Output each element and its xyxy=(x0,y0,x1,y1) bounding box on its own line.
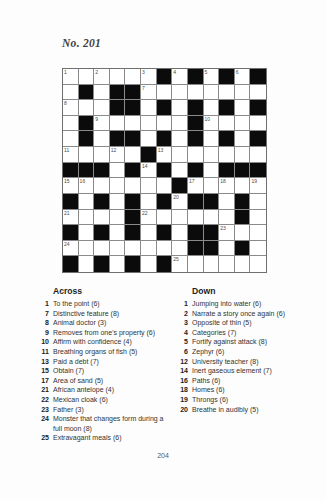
block-cell xyxy=(250,131,266,147)
cell-clue-number: 3 xyxy=(142,69,145,75)
grid-cell[interactable] xyxy=(250,116,266,132)
cell-clue-number: 15 xyxy=(64,178,70,184)
clue-item: 13Paid a debt (7) xyxy=(38,357,167,367)
grid-cell[interactable] xyxy=(204,178,220,194)
clue-item: 1To the point (6) xyxy=(38,299,167,309)
grid-cell[interactable] xyxy=(204,147,220,163)
grid-cell[interactable] xyxy=(110,163,126,179)
grid-cell[interactable] xyxy=(204,131,220,147)
clue-text: Opposite of thin (5) xyxy=(192,318,315,328)
clue-text: Monster that changes form during a full … xyxy=(53,414,167,433)
grid-cell[interactable]: 15 xyxy=(63,178,79,194)
clue-item: 11Breathing organs of fish (5) xyxy=(38,347,167,357)
grid-cell[interactable] xyxy=(125,69,141,85)
grid-cell[interactable]: 2 xyxy=(94,69,110,85)
block-cell xyxy=(188,100,204,116)
clue-item: 10Affirm with confidence (4) xyxy=(38,337,167,347)
block-cell xyxy=(188,241,204,257)
grid-cell[interactable] xyxy=(125,178,141,194)
clue-item: 24Monster that changes form during a ful… xyxy=(38,414,167,433)
block-cell xyxy=(188,69,204,85)
clue-number: 25 xyxy=(38,433,49,443)
cell-clue-number: 1 xyxy=(64,69,67,75)
clue-text: Narrate a story once again (6) xyxy=(192,309,315,319)
grid-cell[interactable] xyxy=(172,210,188,226)
block-cell xyxy=(172,178,188,194)
grid-cell[interactable] xyxy=(250,147,266,163)
block-cell xyxy=(204,241,220,257)
grid-cell[interactable] xyxy=(110,194,126,210)
grid-cell[interactable] xyxy=(79,241,95,257)
clue-text: Breathe in audibly (5) xyxy=(192,405,315,415)
grid-cell[interactable] xyxy=(235,85,251,101)
grid-cell[interactable] xyxy=(219,241,235,257)
grid-cell[interactable] xyxy=(157,210,173,226)
clue-number: 3 xyxy=(177,318,188,328)
clue-item: 21African antelope (4) xyxy=(38,385,167,395)
cell-clue-number: 21 xyxy=(64,210,70,216)
grid-cell[interactable] xyxy=(79,256,95,272)
block-cell xyxy=(157,256,173,272)
grid-cell[interactable]: 3 xyxy=(141,69,157,85)
grid-cell[interactable] xyxy=(94,85,110,101)
block-cell xyxy=(63,256,79,272)
grid-cell[interactable]: 10 xyxy=(204,116,220,132)
block-cell xyxy=(141,147,157,163)
grid-cell[interactable] xyxy=(188,85,204,101)
grid-cell[interactable]: 18 xyxy=(219,178,235,194)
block-cell xyxy=(157,131,173,147)
clue-text: Categories (7) xyxy=(192,328,315,338)
grid-cell[interactable] xyxy=(235,256,251,272)
clue-number: 2 xyxy=(177,309,188,319)
block-cell xyxy=(157,69,173,85)
block-cell xyxy=(219,131,235,147)
cell-clue-number: 11 xyxy=(64,147,69,153)
grid-cell[interactable] xyxy=(110,256,126,272)
grid-cell[interactable]: 4 xyxy=(172,69,188,85)
cell-clue-number: 12 xyxy=(111,147,117,153)
grid-cell[interactable] xyxy=(250,210,266,226)
across-clue-list: 1To the point (6)7Distinctive feature (8… xyxy=(38,299,167,443)
grid-cell[interactable] xyxy=(79,69,95,85)
clue-item: 19Throngs (6) xyxy=(177,395,315,405)
clue-number: 13 xyxy=(38,357,49,367)
block-cell xyxy=(125,131,141,147)
grid-cell[interactable] xyxy=(141,100,157,116)
grid-cell[interactable] xyxy=(110,69,126,85)
grid-cell[interactable] xyxy=(219,116,235,132)
grid-cell[interactable] xyxy=(204,210,220,226)
cell-clue-number: 13 xyxy=(158,147,164,153)
grid-cell[interactable] xyxy=(172,85,188,101)
grid-cell[interactable]: 11 xyxy=(63,147,79,163)
block-cell xyxy=(79,163,95,179)
clue-number: 1 xyxy=(38,299,49,309)
grid-cell[interactable] xyxy=(141,116,157,132)
cell-clue-number: 16 xyxy=(80,178,86,184)
grid-cell[interactable] xyxy=(235,116,251,132)
clue-number: 18 xyxy=(177,385,188,395)
block-cell xyxy=(110,85,126,101)
grid-cell[interactable]: 23 xyxy=(219,225,235,241)
block-cell xyxy=(250,100,266,116)
block-cell xyxy=(204,194,220,210)
clue-number: 21 xyxy=(38,385,49,395)
cell-clue-number: 22 xyxy=(142,210,148,216)
block-cell xyxy=(125,85,141,101)
clue-item: 5Fortify against attack (8) xyxy=(177,337,315,347)
grid-cell[interactable] xyxy=(172,163,188,179)
clue-number: 17 xyxy=(38,376,49,386)
grid-cell[interactable] xyxy=(141,241,157,257)
clue-number: 22 xyxy=(38,395,49,405)
grid-cell[interactable] xyxy=(79,194,95,210)
grid-cell[interactable] xyxy=(110,225,126,241)
grid-cell[interactable] xyxy=(94,178,110,194)
grid-cell[interactable] xyxy=(235,225,251,241)
clue-text: Homes (6) xyxy=(192,385,315,395)
block-cell xyxy=(94,225,110,241)
grid-cell[interactable]: 20 xyxy=(172,194,188,210)
block-cell xyxy=(125,256,141,272)
clue-item: 3Opposite of thin (5) xyxy=(177,318,315,328)
grid-cell[interactable] xyxy=(63,116,79,132)
grid-cell[interactable]: 25 xyxy=(172,256,188,272)
grid-cell[interactable] xyxy=(157,85,173,101)
cell-clue-number: 7 xyxy=(142,85,145,91)
clue-text: Throngs (6) xyxy=(192,395,315,405)
block-cell xyxy=(63,163,79,179)
clue-number: 7 xyxy=(38,309,49,319)
block-cell xyxy=(125,225,141,241)
grid-cell[interactable]: 13 xyxy=(157,147,173,163)
grid-cell[interactable] xyxy=(157,241,173,257)
block-cell xyxy=(63,194,79,210)
clue-text: Inert gaseous element (7) xyxy=(192,366,315,376)
clue-item: 25Extravagant meals (6) xyxy=(38,433,167,443)
block-cell xyxy=(94,194,110,210)
clue-number: 6 xyxy=(177,347,188,357)
grid-cell[interactable]: 8 xyxy=(63,100,79,116)
grid-cell[interactable]: 7 xyxy=(141,85,157,101)
cell-clue-number: 25 xyxy=(173,256,179,262)
grid-cell[interactable] xyxy=(188,147,204,163)
clue-text: Extravagant meals (6) xyxy=(53,433,167,443)
cell-clue-number: 4 xyxy=(173,69,176,75)
block-cell xyxy=(79,116,95,132)
clue-item: 2Narrate a story once again (6) xyxy=(177,309,315,319)
clue-item: 7Distinctive feature (8) xyxy=(38,309,167,319)
clue-number: 11 xyxy=(38,347,49,357)
block-cell xyxy=(188,163,204,179)
block-cell xyxy=(157,194,173,210)
clue-item: 20Breathe in audibly (5) xyxy=(177,405,315,415)
block-cell xyxy=(188,225,204,241)
clue-text: Distinctive feature (8) xyxy=(53,309,167,319)
grid-cell[interactable] xyxy=(79,225,95,241)
crossword-grid: 1234567891011121314151617181920212223242… xyxy=(62,68,267,273)
cell-clue-number: 18 xyxy=(220,178,226,184)
grid-cell[interactable] xyxy=(94,241,110,257)
page-number: 204 xyxy=(0,452,326,459)
clue-item: 18Homes (6) xyxy=(177,385,315,395)
grid-cell[interactable] xyxy=(172,131,188,147)
grid-cell[interactable] xyxy=(204,256,220,272)
grid-cell[interactable] xyxy=(141,194,157,210)
clue-text: Mexican cloak (6) xyxy=(53,395,167,405)
cell-clue-number: 14 xyxy=(142,163,148,169)
grid-cell[interactable] xyxy=(250,85,266,101)
grid-cell[interactable]: 17 xyxy=(188,178,204,194)
down-clue-list: 1Jumping into water (6)2Narrate a story … xyxy=(177,299,315,414)
grid-cell[interactable] xyxy=(235,131,251,147)
grid-cell[interactable]: 24 xyxy=(63,241,79,257)
cell-clue-number: 17 xyxy=(189,178,195,184)
block-cell xyxy=(157,163,173,179)
clue-item: 9Removes from one's property (6) xyxy=(38,328,167,338)
clue-text: Obtain (7) xyxy=(53,366,167,376)
grid-cell[interactable] xyxy=(219,147,235,163)
grid-cell[interactable] xyxy=(141,256,157,272)
down-clues-section: Down 1Jumping into water (6)2Narrate a s… xyxy=(177,286,315,414)
block-cell xyxy=(188,131,204,147)
block-cell xyxy=(125,194,141,210)
block-cell xyxy=(235,163,251,179)
clue-number: 23 xyxy=(38,405,49,415)
grid-cell[interactable] xyxy=(204,163,220,179)
cell-clue-number: 5 xyxy=(205,69,208,75)
grid-cell[interactable] xyxy=(125,241,141,257)
grid-cell[interactable]: 6 xyxy=(235,69,251,85)
grid-cell[interactable] xyxy=(125,116,141,132)
grid-cell[interactable] xyxy=(63,85,79,101)
grid-cell[interactable] xyxy=(204,85,220,101)
clue-number: 10 xyxy=(38,337,49,347)
grid-cell[interactable] xyxy=(219,256,235,272)
clue-text: Removes from one's property (6) xyxy=(53,328,167,338)
grid-cell[interactable] xyxy=(94,210,110,226)
grid-cell[interactable] xyxy=(250,225,266,241)
block-cell xyxy=(157,100,173,116)
grid-cell[interactable] xyxy=(219,210,235,226)
clue-text: To the point (6) xyxy=(53,299,167,309)
cell-clue-number: 10 xyxy=(205,116,211,122)
block-cell xyxy=(63,225,79,241)
clue-number: 8 xyxy=(38,318,49,328)
clue-item: 17Area of sand (5) xyxy=(38,376,167,386)
grid-cell[interactable]: 22 xyxy=(141,210,157,226)
cell-clue-number: 23 xyxy=(220,225,226,231)
clue-number: 19 xyxy=(177,395,188,405)
block-cell xyxy=(125,210,141,226)
clue-text: Zephyr (6) xyxy=(192,347,315,357)
grid-cell[interactable] xyxy=(250,256,266,272)
clue-number: 14 xyxy=(177,366,188,376)
grid-cell[interactable] xyxy=(110,178,126,194)
grid-cell[interactable] xyxy=(235,100,251,116)
grid-cell[interactable] xyxy=(188,256,204,272)
grid-cell[interactable] xyxy=(94,147,110,163)
grid-cell[interactable]: 16 xyxy=(79,178,95,194)
clue-item: 1Jumping into water (6) xyxy=(177,299,315,309)
clue-number: 9 xyxy=(38,328,49,338)
grid-cell[interactable]: 9 xyxy=(94,116,110,132)
clue-text: Paid a debt (7) xyxy=(53,357,167,367)
grid-cell[interactable] xyxy=(141,225,157,241)
grid-cell[interactable] xyxy=(157,116,173,132)
block-cell xyxy=(250,69,266,85)
grid-cell[interactable] xyxy=(250,241,266,257)
grid-cell[interactable] xyxy=(79,147,95,163)
cell-clue-number: 9 xyxy=(95,116,98,122)
clue-item: 16Paths (6) xyxy=(177,376,315,386)
grid-cell[interactable] xyxy=(141,131,157,147)
clue-item: 4Categories (7) xyxy=(177,328,315,338)
block-cell xyxy=(94,163,110,179)
grid-cell[interactable] xyxy=(110,241,126,257)
clue-text: Affirm with confidence (4) xyxy=(53,337,167,347)
cell-clue-number: 6 xyxy=(236,69,239,75)
clue-text: University teacher (8) xyxy=(192,357,315,367)
cell-clue-number: 2 xyxy=(95,69,98,75)
block-cell xyxy=(219,69,235,85)
clue-number: 12 xyxy=(177,357,188,367)
grid-cell[interactable]: 12 xyxy=(110,147,126,163)
cell-clue-number: 24 xyxy=(64,241,70,247)
clue-text: Father (3) xyxy=(53,405,167,415)
grid-cell[interactable]: 19 xyxy=(250,178,266,194)
grid-cell[interactable]: 1 xyxy=(63,69,79,85)
clue-text: Paths (6) xyxy=(192,376,315,386)
clue-item: 22Mexican cloak (6) xyxy=(38,395,167,405)
puzzle-title: No. 201 xyxy=(62,37,101,49)
grid-cell[interactable]: 21 xyxy=(63,210,79,226)
block-cell xyxy=(79,85,95,101)
block-cell xyxy=(235,241,251,257)
clue-item: 15Obtain (7) xyxy=(38,366,167,376)
grid-cell[interactable] xyxy=(219,194,235,210)
grid-cell[interactable]: 14 xyxy=(141,163,157,179)
clue-text: African antelope (4) xyxy=(53,385,167,395)
block-cell xyxy=(110,131,126,147)
block-cell xyxy=(235,194,251,210)
clue-item: 14Inert gaseous element (7) xyxy=(177,366,315,376)
block-cell xyxy=(79,131,95,147)
clue-item: 23Father (3) xyxy=(38,405,167,415)
grid-cell[interactable] xyxy=(250,194,266,210)
block-cell xyxy=(157,225,173,241)
grid-cell[interactable] xyxy=(79,100,95,116)
down-header: Down xyxy=(192,286,315,296)
clue-text: Fortify against attack (8) xyxy=(192,337,315,347)
clue-text: Area of sand (5) xyxy=(53,376,167,386)
block-cell xyxy=(219,163,235,179)
cell-clue-number: 19 xyxy=(251,178,257,184)
grid-cell[interactable] xyxy=(219,85,235,101)
across-header: Across xyxy=(53,286,167,296)
clue-number: 20 xyxy=(177,405,188,415)
clue-number: 1 xyxy=(177,299,188,309)
cell-clue-number: 20 xyxy=(173,194,179,200)
grid-cell[interactable] xyxy=(157,178,173,194)
block-cell xyxy=(188,194,204,210)
clue-number: 24 xyxy=(38,414,49,424)
block-cell xyxy=(250,163,266,179)
clue-text: Animal doctor (3) xyxy=(53,318,167,328)
clue-item: 6Zephyr (6) xyxy=(177,347,315,357)
grid-cell[interactable] xyxy=(94,100,110,116)
clue-number: 15 xyxy=(38,366,49,376)
block-cell xyxy=(235,210,251,226)
grid-cell[interactable] xyxy=(110,210,126,226)
grid-cell[interactable] xyxy=(188,210,204,226)
block-cell xyxy=(188,116,204,132)
grid-cell[interactable] xyxy=(172,116,188,132)
grid-cell[interactable]: 5 xyxy=(204,69,220,85)
block-cell xyxy=(219,100,235,116)
grid-cell[interactable] xyxy=(141,178,157,194)
grid-cell[interactable] xyxy=(172,147,188,163)
grid-cell[interactable] xyxy=(79,210,95,226)
block-cell xyxy=(204,225,220,241)
grid-cell[interactable] xyxy=(94,131,110,147)
grid-cell[interactable] xyxy=(110,116,126,132)
block-cell xyxy=(125,163,141,179)
clue-item: 12University teacher (8) xyxy=(177,357,315,367)
grid-cell[interactable] xyxy=(172,225,188,241)
grid-cell[interactable] xyxy=(63,131,79,147)
clue-number: 16 xyxy=(177,376,188,386)
block-cell xyxy=(110,100,126,116)
clue-number: 4 xyxy=(177,328,188,338)
grid-cell[interactable] xyxy=(172,241,188,257)
grid-cell[interactable] xyxy=(204,100,220,116)
clue-text: Jumping into water (6) xyxy=(192,299,315,309)
across-clues-section: Across 1To the point (6)7Distinctive fea… xyxy=(38,286,167,443)
grid-cell[interactable] xyxy=(125,147,141,163)
clue-item: 8Animal doctor (3) xyxy=(38,318,167,328)
block-cell xyxy=(125,100,141,116)
clue-text: Breathing organs of fish (5) xyxy=(53,347,167,357)
grid-cell[interactable] xyxy=(172,100,188,116)
grid-cell[interactable] xyxy=(235,178,251,194)
block-cell xyxy=(94,256,110,272)
grid-cell[interactable] xyxy=(235,147,251,163)
clue-number: 5 xyxy=(177,337,188,347)
cell-clue-number: 8 xyxy=(64,100,67,106)
